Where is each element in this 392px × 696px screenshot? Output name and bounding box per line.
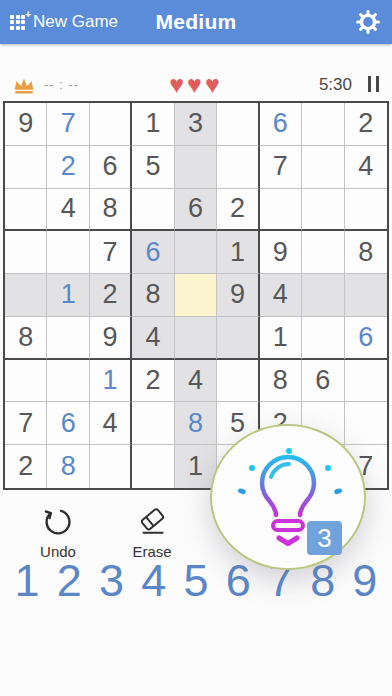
numpad-key-4[interactable]: 4 [134, 551, 174, 611]
cell-r4c5[interactable] [175, 231, 217, 274]
hint-count-badge: 3 [307, 521, 342, 555]
cell-r5c9[interactable] [345, 274, 387, 317]
gear-icon [356, 10, 380, 34]
cell-r4c8[interactable] [302, 231, 344, 274]
cell-r2c5[interactable] [175, 146, 217, 189]
cell-r4c2[interactable] [47, 231, 89, 274]
numpad-key-5[interactable]: 5 [176, 551, 216, 611]
cell-r3c8[interactable] [302, 189, 344, 232]
cell-r6c9[interactable]: 6 [345, 317, 387, 360]
difficulty-title: Medium [0, 0, 392, 44]
numpad-key-1[interactable]: 1 [7, 551, 47, 611]
pause-button[interactable] [368, 76, 382, 92]
cell-r3c6[interactable]: 2 [217, 189, 259, 232]
cell-r7c3[interactable]: 1 [90, 360, 132, 403]
pause-icon [368, 76, 371, 92]
eraser-icon [136, 506, 168, 538]
numpad-key-2[interactable]: 2 [49, 551, 89, 611]
cell-r3c3[interactable]: 8 [90, 189, 132, 232]
cell-r7c2[interactable] [47, 360, 89, 403]
cell-r2c3[interactable]: 6 [90, 146, 132, 189]
cell-r7c5[interactable]: 4 [175, 360, 217, 403]
cell-r1c2[interactable]: 7 [47, 103, 89, 146]
settings-button[interactable] [356, 10, 380, 34]
numpad-key-3[interactable]: 3 [92, 551, 132, 611]
sudoku-app: + New Game Medium [0, 0, 392, 696]
cell-r3c9[interactable] [345, 189, 387, 232]
cell-r5c4[interactable]: 8 [132, 274, 174, 317]
cell-r4c7[interactable]: 9 [260, 231, 302, 274]
cell-r9c4[interactable] [132, 445, 174, 488]
cell-r5c3[interactable]: 2 [90, 274, 132, 317]
cell-r3c4[interactable] [132, 189, 174, 232]
cell-r6c2[interactable] [47, 317, 89, 360]
cell-r3c2[interactable]: 4 [47, 189, 89, 232]
cell-r6c7[interactable]: 1 [260, 317, 302, 360]
cell-r9c3[interactable] [90, 445, 132, 488]
cell-r2c9[interactable]: 4 [345, 146, 387, 189]
hint-button-spotlight[interactable] [210, 424, 366, 570]
cell-r6c8[interactable] [302, 317, 344, 360]
cell-r3c7[interactable] [260, 189, 302, 232]
cell-r7c6[interactable] [217, 360, 259, 403]
cell-r3c5[interactable]: 6 [175, 189, 217, 232]
numpad-key-9[interactable]: 9 [345, 551, 385, 611]
cell-r5c8[interactable] [302, 274, 344, 317]
cell-r5c6[interactable]: 9 [217, 274, 259, 317]
cell-r7c1[interactable] [5, 360, 47, 403]
cell-r8c3[interactable]: 4 [90, 402, 132, 445]
cell-r7c8[interactable]: 6 [302, 360, 344, 403]
cell-r1c4[interactable]: 1 [132, 103, 174, 146]
cell-r2c4[interactable]: 5 [132, 146, 174, 189]
cell-r6c4[interactable]: 4 [132, 317, 174, 360]
top-bar: + New Game Medium [0, 0, 392, 44]
cell-r1c5[interactable]: 3 [175, 103, 217, 146]
cell-r4c1[interactable] [5, 231, 47, 274]
cell-r5c2[interactable]: 1 [47, 274, 89, 317]
cell-r5c1[interactable] [5, 274, 47, 317]
cell-r1c1[interactable]: 9 [5, 103, 47, 146]
cell-r8c4[interactable] [132, 402, 174, 445]
cell-r4c3[interactable]: 7 [90, 231, 132, 274]
cell-r7c9[interactable] [345, 360, 387, 403]
cell-r5c5[interactable] [175, 274, 217, 317]
cell-r7c7[interactable]: 8 [260, 360, 302, 403]
cell-r9c1[interactable]: 2 [5, 445, 47, 488]
cell-r1c9[interactable]: 2 [345, 103, 387, 146]
cell-r2c2[interactable]: 2 [47, 146, 89, 189]
cell-r6c5[interactable] [175, 317, 217, 360]
cell-r3c1[interactable] [5, 189, 47, 232]
status-row: -- : -- ♥♥♥ 5:30 [0, 68, 392, 100]
timer-label: 5:30 [319, 75, 352, 95]
cell-r6c6[interactable] [217, 317, 259, 360]
cell-r7c4[interactable]: 2 [132, 360, 174, 403]
cell-r2c8[interactable] [302, 146, 344, 189]
cell-r1c3[interactable] [90, 103, 132, 146]
cell-r8c5[interactable]: 8 [175, 402, 217, 445]
cell-r1c8[interactable] [302, 103, 344, 146]
cell-r2c6[interactable] [217, 146, 259, 189]
cell-r1c7[interactable]: 6 [260, 103, 302, 146]
cell-r4c9[interactable]: 8 [345, 231, 387, 274]
cell-r5c7[interactable]: 4 [260, 274, 302, 317]
undo-icon [42, 506, 74, 538]
sudoku-board: 9713622657448627619812894894161248676485… [3, 101, 389, 490]
cell-r8c1[interactable]: 7 [5, 402, 47, 445]
cell-r1c6[interactable] [217, 103, 259, 146]
cell-r2c7[interactable]: 7 [260, 146, 302, 189]
cell-r6c3[interactable]: 9 [90, 317, 132, 360]
cell-r9c2[interactable]: 8 [47, 445, 89, 488]
cell-r8c2[interactable]: 6 [47, 402, 89, 445]
cell-r6c1[interactable]: 8 [5, 317, 47, 360]
cell-r4c6[interactable]: 1 [217, 231, 259, 274]
cell-r4c4[interactable]: 6 [132, 231, 174, 274]
cell-r8c9[interactable] [345, 402, 387, 445]
cell-r2c1[interactable] [5, 146, 47, 189]
